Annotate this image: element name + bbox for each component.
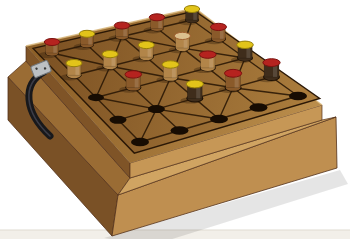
board-hole-empty[interactable] [110, 116, 127, 124]
board-hole-empty[interactable] [210, 115, 228, 124]
alquerque-board-svg [0, 0, 350, 239]
board-hole-empty[interactable] [289, 92, 307, 101]
board-hole-empty[interactable] [148, 105, 165, 113]
board-hole-empty[interactable] [250, 103, 268, 112]
board-hole-empty[interactable] [171, 126, 189, 135]
board-hole-empty[interactable] [88, 94, 104, 101]
scene [0, 0, 350, 239]
board-hole-empty[interactable] [131, 138, 149, 147]
